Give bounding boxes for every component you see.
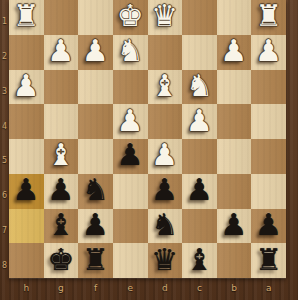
square-a5[interactable] [251, 139, 286, 174]
file-label-e: e [113, 279, 148, 300]
square-h2[interactable] [9, 35, 44, 70]
black-pawn[interactable]: ♟ [47, 175, 74, 205]
black-pawn[interactable]: ♟ [117, 140, 144, 170]
rank-label-1: 1 [0, 0, 9, 35]
square-h7[interactable] [9, 209, 44, 244]
square-g8[interactable]: ♚ [44, 243, 79, 278]
white-pawn[interactable]: ♟ [13, 71, 40, 101]
white-pawn[interactable]: ♟ [47, 36, 74, 66]
square-a3[interactable] [251, 70, 286, 105]
square-a6[interactable] [251, 174, 286, 209]
square-g3[interactable] [44, 70, 79, 105]
square-g1[interactable] [44, 0, 79, 35]
white-bishop[interactable]: ♝ [151, 71, 178, 101]
white-knight[interactable]: ♞ [186, 71, 213, 101]
black-bishop[interactable]: ♝ [186, 245, 213, 275]
square-d7[interactable]: ♞ [148, 209, 183, 244]
file-label-a: a [251, 279, 286, 300]
square-f4[interactable] [78, 104, 113, 139]
square-b7[interactable]: ♟ [217, 209, 252, 244]
square-c1[interactable] [182, 0, 217, 35]
square-a7[interactable]: ♟ [251, 209, 286, 244]
black-queen[interactable]: ♛ [151, 245, 178, 275]
square-f3[interactable] [78, 70, 113, 105]
black-rook[interactable]: ♜ [255, 245, 282, 275]
white-pawn[interactable]: ♟ [82, 36, 109, 66]
square-c3[interactable]: ♞ [182, 70, 217, 105]
rank-label-3: 3 [0, 70, 9, 105]
square-e2[interactable]: ♞ [113, 35, 148, 70]
file-label-d: d [148, 279, 183, 300]
white-queen[interactable]: ♛ [151, 1, 178, 31]
file-label-h: h [9, 279, 44, 300]
square-b6[interactable] [217, 174, 252, 209]
white-pawn[interactable]: ♟ [221, 36, 248, 66]
square-c8[interactable]: ♝ [182, 243, 217, 278]
black-pawn[interactable]: ♟ [186, 175, 213, 205]
square-d5[interactable]: ♟ [148, 139, 183, 174]
square-f2[interactable]: ♟ [78, 35, 113, 70]
rank-label-7: 7 [0, 209, 9, 244]
rank-label-6: 6 [0, 174, 9, 209]
white-pawn[interactable]: ♟ [186, 106, 213, 136]
square-a8[interactable]: ♜ [251, 243, 286, 278]
square-c7[interactable] [182, 209, 217, 244]
white-pawn[interactable]: ♟ [151, 140, 178, 170]
square-e8[interactable] [113, 243, 148, 278]
square-h6[interactable]: ♟ [9, 174, 44, 209]
square-f7[interactable]: ♟ [78, 209, 113, 244]
white-bishop[interactable]: ♝ [47, 140, 74, 170]
square-b8[interactable] [217, 243, 252, 278]
white-pawn[interactable]: ♟ [117, 106, 144, 136]
square-b1[interactable] [217, 0, 252, 35]
square-g6[interactable]: ♟ [44, 174, 79, 209]
black-pawn[interactable]: ♟ [221, 210, 248, 240]
square-e4[interactable]: ♟ [113, 104, 148, 139]
black-rook[interactable]: ♜ [82, 245, 109, 275]
file-label-c: c [182, 279, 217, 300]
chess-board-app: 12345678 ♜♚♛♜♟♟♞♟♟♟♝♞♟♟♝♟♟♟♟♞♟♟♝♟♞♟♟♚♜♛♝… [0, 0, 298, 300]
square-a1[interactable]: ♜ [251, 0, 286, 35]
square-g5[interactable]: ♝ [44, 139, 79, 174]
square-c4[interactable]: ♟ [182, 104, 217, 139]
chess-board: ♜♚♛♜♟♟♞♟♟♟♝♞♟♟♝♟♟♟♟♞♟♟♝♟♞♟♟♚♜♛♝♜ [9, 0, 286, 278]
square-e6[interactable] [113, 174, 148, 209]
square-b4[interactable] [217, 104, 252, 139]
white-pawn[interactable]: ♟ [255, 36, 282, 66]
file-label-b: b [217, 279, 252, 300]
black-knight[interactable]: ♞ [82, 175, 109, 205]
black-pawn[interactable]: ♟ [13, 175, 40, 205]
rank-label-5: 5 [0, 139, 9, 174]
white-knight[interactable]: ♞ [117, 36, 144, 66]
square-d3[interactable]: ♝ [148, 70, 183, 105]
square-c2[interactable] [182, 35, 217, 70]
square-f8[interactable]: ♜ [78, 243, 113, 278]
square-e1[interactable]: ♚ [113, 0, 148, 35]
square-d6[interactable]: ♟ [148, 174, 183, 209]
black-pawn[interactable]: ♟ [255, 210, 282, 240]
square-e5[interactable]: ♟ [113, 139, 148, 174]
square-f1[interactable] [78, 0, 113, 35]
square-g7[interactable]: ♝ [44, 209, 79, 244]
square-f6[interactable]: ♞ [78, 174, 113, 209]
file-label-f: f [78, 279, 113, 300]
square-e3[interactable] [113, 70, 148, 105]
square-g2[interactable]: ♟ [44, 35, 79, 70]
rank-label-8: 8 [0, 243, 9, 278]
black-bishop[interactable]: ♝ [47, 210, 74, 240]
square-h4[interactable] [9, 104, 44, 139]
square-h5[interactable] [9, 139, 44, 174]
square-f5[interactable] [78, 139, 113, 174]
black-pawn[interactable]: ♟ [151, 175, 178, 205]
black-pawn[interactable]: ♟ [82, 210, 109, 240]
file-label-g: g [44, 279, 79, 300]
square-d1[interactable]: ♛ [148, 0, 183, 35]
black-knight[interactable]: ♞ [151, 210, 178, 240]
rank-labels: 12345678 [0, 0, 9, 278]
square-b5[interactable] [217, 139, 252, 174]
square-e7[interactable] [113, 209, 148, 244]
white-rook[interactable]: ♜ [13, 1, 40, 31]
square-h8[interactable] [9, 243, 44, 278]
square-a2[interactable]: ♟ [251, 35, 286, 70]
square-b2[interactable]: ♟ [217, 35, 252, 70]
file-labels: hgfedcba [9, 278, 286, 300]
white-king[interactable]: ♚ [117, 1, 144, 31]
square-h3[interactable]: ♟ [9, 70, 44, 105]
square-d2[interactable] [148, 35, 183, 70]
square-c6[interactable]: ♟ [182, 174, 217, 209]
square-c5[interactable] [182, 139, 217, 174]
square-d8[interactable]: ♛ [148, 243, 183, 278]
square-b3[interactable] [217, 70, 252, 105]
black-king[interactable]: ♚ [47, 245, 74, 275]
rank-label-4: 4 [0, 104, 9, 139]
square-g4[interactable] [44, 104, 79, 139]
rank-label-2: 2 [0, 35, 9, 70]
white-rook[interactable]: ♜ [255, 1, 282, 31]
square-a4[interactable] [251, 104, 286, 139]
square-h1[interactable]: ♜ [9, 0, 44, 35]
square-d4[interactable] [148, 104, 183, 139]
